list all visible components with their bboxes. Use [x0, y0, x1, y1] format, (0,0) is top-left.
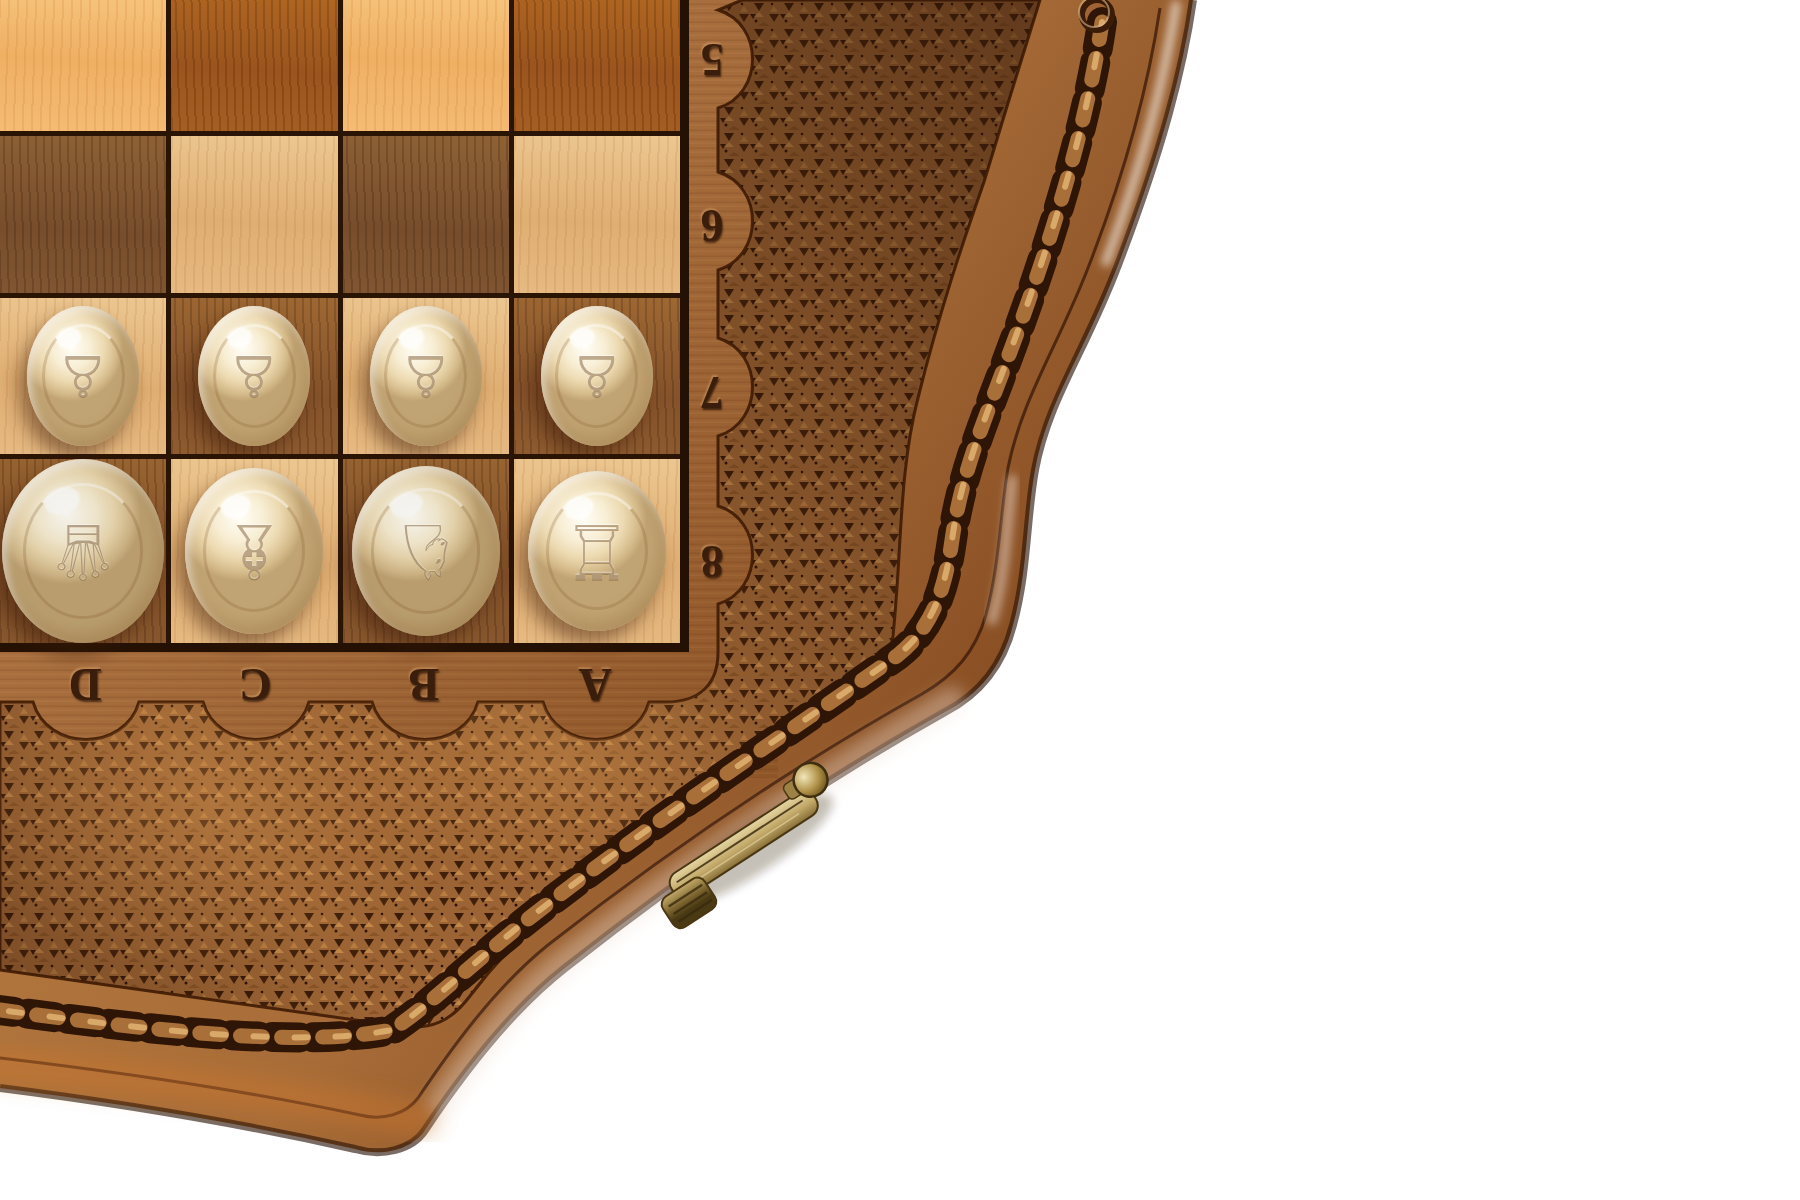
rank-label-8: 8 — [684, 533, 740, 589]
square-d7[interactable]: ♙ — [0, 298, 166, 454]
file-label-b: B — [396, 656, 452, 712]
white-rook-glyph: ♖ — [563, 513, 631, 589]
piece-white-pawn-b7[interactable]: ♙ — [370, 306, 482, 446]
square-b8[interactable]: ♘ — [343, 459, 509, 643]
square-b5[interactable] — [343, 0, 509, 131]
square-b6[interactable] — [343, 136, 509, 292]
square-a5[interactable] — [514, 0, 680, 131]
square-a6[interactable] — [514, 136, 680, 292]
photo-canvas: ♙♙♙♙♕♗♘♖ 5 6 7 8 D C B A — [0, 0, 1800, 1200]
rank-label-7: 7 — [684, 364, 740, 420]
white-pawn-glyph: ♙ — [228, 347, 280, 405]
piece-white-queen-d8[interactable]: ♕ — [2, 459, 164, 643]
white-queen-glyph: ♕ — [49, 513, 117, 589]
piece-white-knight-b8[interactable]: ♘ — [352, 466, 500, 636]
square-c8[interactable]: ♗ — [171, 459, 337, 643]
square-d6[interactable] — [0, 136, 166, 292]
square-b7[interactable]: ♙ — [343, 298, 509, 454]
white-pawn-glyph: ♙ — [57, 347, 109, 405]
white-pawn-glyph: ♙ — [571, 347, 623, 405]
file-label-c: C — [227, 656, 283, 712]
square-a7[interactable]: ♙ — [514, 298, 680, 454]
square-d8[interactable]: ♕ — [0, 459, 166, 643]
square-c7[interactable]: ♙ — [171, 298, 337, 454]
piece-white-pawn-c7[interactable]: ♙ — [198, 306, 310, 446]
square-c5[interactable] — [171, 0, 337, 131]
file-label-a: A — [567, 656, 623, 712]
square-c6[interactable] — [171, 136, 337, 292]
rank-label-5: 5 — [684, 31, 740, 87]
chess-board: ♙♙♙♙♕♗♘♖ — [0, 0, 689, 652]
white-bishop-glyph: ♗ — [220, 513, 288, 589]
file-label-d: D — [57, 656, 113, 712]
square-d5[interactable] — [0, 0, 166, 131]
square-a8[interactable]: ♖ — [514, 459, 680, 643]
piece-white-pawn-d7[interactable]: ♙ — [27, 306, 139, 446]
piece-white-pawn-a7[interactable]: ♙ — [541, 306, 653, 446]
piece-white-bishop-c8[interactable]: ♗ — [185, 468, 323, 634]
white-knight-glyph: ♘ — [392, 513, 460, 589]
piece-white-rook-a8[interactable]: ♖ — [528, 471, 666, 631]
white-pawn-glyph: ♙ — [400, 347, 452, 405]
rank-label-6: 6 — [684, 197, 740, 253]
